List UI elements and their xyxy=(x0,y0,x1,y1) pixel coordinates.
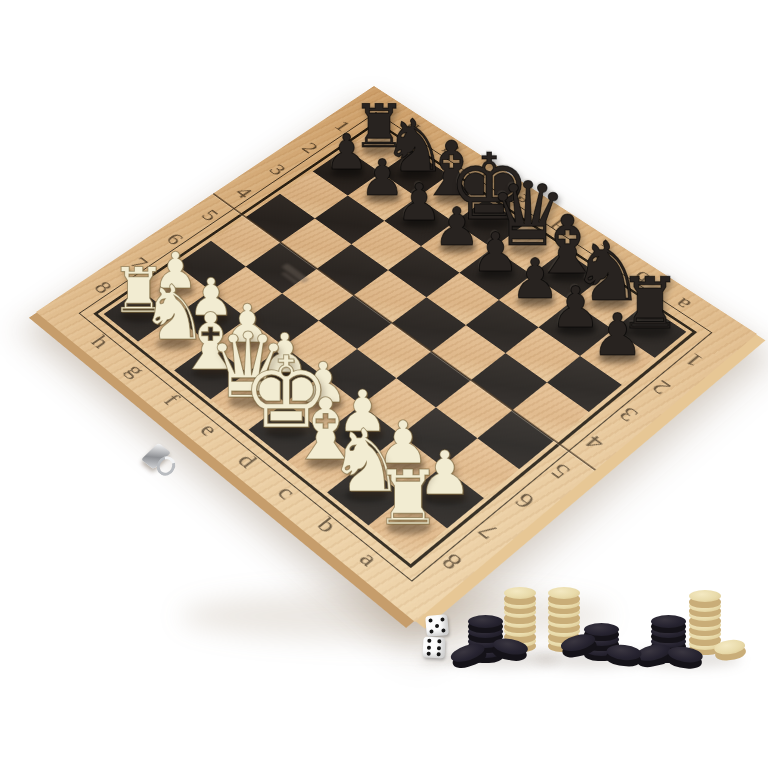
checker-cream xyxy=(689,596,721,608)
checker-cream xyxy=(714,644,747,662)
checker-cream xyxy=(504,593,536,605)
product-photo-scene: 11hh22gg33ff44ee55dd66cc77bb88aa ♜♞♝♚♛♝♞… xyxy=(0,0,768,768)
die xyxy=(422,636,445,658)
checker-black xyxy=(651,620,686,633)
checker-cream xyxy=(548,593,580,605)
die xyxy=(425,614,449,637)
checkers-and-dice xyxy=(0,0,768,768)
checker-black xyxy=(468,620,503,633)
